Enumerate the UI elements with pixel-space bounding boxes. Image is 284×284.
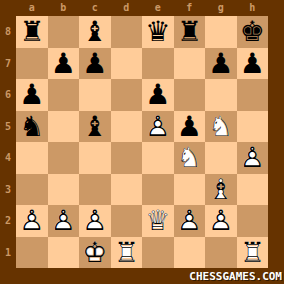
piece-white-pawn[interactable]: ♟ bbox=[237, 142, 269, 174]
square-h3[interactable] bbox=[237, 174, 269, 206]
square-f2[interactable]: ♟ bbox=[174, 205, 206, 237]
square-c1[interactable]: ♚ bbox=[79, 237, 111, 269]
square-b8[interactable] bbox=[48, 16, 80, 48]
square-d5[interactable] bbox=[111, 111, 143, 143]
file-label-e: e bbox=[142, 0, 174, 16]
square-a7[interactable] bbox=[16, 48, 48, 80]
rank-label-4: 4 bbox=[0, 142, 16, 174]
square-e4[interactable] bbox=[142, 142, 174, 174]
square-f1[interactable] bbox=[174, 237, 206, 269]
square-b7[interactable]: ♟ bbox=[48, 48, 80, 80]
piece-white-pawn[interactable]: ♟ bbox=[79, 205, 111, 237]
square-b1[interactable] bbox=[48, 237, 80, 269]
rank-labels: 87654321 bbox=[0, 16, 16, 268]
square-c8[interactable]: ♝ bbox=[79, 16, 111, 48]
square-c6[interactable] bbox=[79, 79, 111, 111]
piece-white-knight[interactable]: ♞ bbox=[205, 111, 237, 143]
piece-black-pawn[interactable]: ♟ bbox=[142, 79, 174, 111]
square-g4[interactable] bbox=[205, 142, 237, 174]
square-f4[interactable]: ♞ bbox=[174, 142, 206, 174]
piece-black-pawn[interactable]: ♟ bbox=[237, 48, 269, 80]
square-e8[interactable]: ♛ bbox=[142, 16, 174, 48]
square-f3[interactable] bbox=[174, 174, 206, 206]
square-c3[interactable] bbox=[79, 174, 111, 206]
square-a3[interactable] bbox=[16, 174, 48, 206]
square-a4[interactable] bbox=[16, 142, 48, 174]
square-f5[interactable]: ♟ bbox=[174, 111, 206, 143]
square-d3[interactable] bbox=[111, 174, 143, 206]
square-d6[interactable] bbox=[111, 79, 143, 111]
rank-label-6: 6 bbox=[0, 79, 16, 111]
square-g7[interactable]: ♟ bbox=[205, 48, 237, 80]
square-h1[interactable]: ♜ bbox=[237, 237, 269, 269]
rank-label-8: 8 bbox=[0, 16, 16, 48]
piece-white-pawn[interactable]: ♟ bbox=[174, 205, 206, 237]
square-h7[interactable]: ♟ bbox=[237, 48, 269, 80]
watermark-text: CHESSGAMES.COM bbox=[189, 270, 282, 283]
piece-black-rook[interactable]: ♜ bbox=[174, 16, 206, 48]
square-b4[interactable] bbox=[48, 142, 80, 174]
piece-black-pawn[interactable]: ♟ bbox=[16, 79, 48, 111]
piece-black-bishop[interactable]: ♝ bbox=[79, 111, 111, 143]
file-label-h: h bbox=[237, 0, 269, 16]
square-f7[interactable] bbox=[174, 48, 206, 80]
square-g8[interactable] bbox=[205, 16, 237, 48]
piece-white-pawn[interactable]: ♟ bbox=[205, 205, 237, 237]
file-label-b: b bbox=[48, 0, 80, 16]
square-c5[interactable]: ♝ bbox=[79, 111, 111, 143]
piece-white-knight[interactable]: ♞ bbox=[174, 142, 206, 174]
square-c2[interactable]: ♟ bbox=[79, 205, 111, 237]
piece-black-queen[interactable]: ♛ bbox=[142, 16, 174, 48]
square-a2[interactable]: ♟ bbox=[16, 205, 48, 237]
file-label-c: c bbox=[79, 0, 111, 16]
square-g5[interactable]: ♞ bbox=[205, 111, 237, 143]
piece-white-rook[interactable]: ♜ bbox=[111, 237, 143, 269]
square-a5[interactable]: ♞ bbox=[16, 111, 48, 143]
square-e2[interactable]: ♛ bbox=[142, 205, 174, 237]
file-label-f: f bbox=[174, 0, 206, 16]
rank-label-5: 5 bbox=[0, 111, 16, 143]
piece-white-rook[interactable]: ♜ bbox=[237, 237, 269, 269]
square-f8[interactable]: ♜ bbox=[174, 16, 206, 48]
square-a6[interactable]: ♟ bbox=[16, 79, 48, 111]
square-d1[interactable]: ♜ bbox=[111, 237, 143, 269]
square-e3[interactable] bbox=[142, 174, 174, 206]
square-a8[interactable]: ♜ bbox=[16, 16, 48, 48]
piece-black-bishop[interactable]: ♝ bbox=[79, 16, 111, 48]
file-label-a: a bbox=[16, 0, 48, 16]
piece-white-king[interactable]: ♚ bbox=[79, 237, 111, 269]
square-h8[interactable]: ♚ bbox=[237, 16, 269, 48]
piece-black-rook[interactable]: ♜ bbox=[16, 16, 48, 48]
rank-label-1: 1 bbox=[0, 237, 16, 269]
piece-black-knight[interactable]: ♞ bbox=[16, 111, 48, 143]
square-e1[interactable] bbox=[142, 237, 174, 269]
square-h5[interactable] bbox=[237, 111, 269, 143]
piece-white-pawn[interactable]: ♟ bbox=[142, 111, 174, 143]
piece-white-pawn[interactable]: ♟ bbox=[48, 205, 80, 237]
file-label-g: g bbox=[205, 0, 237, 16]
piece-black-king[interactable]: ♚ bbox=[237, 16, 269, 48]
square-h2[interactable] bbox=[237, 205, 269, 237]
file-label-d: d bbox=[111, 0, 143, 16]
piece-black-pawn[interactable]: ♟ bbox=[48, 48, 80, 80]
square-b2[interactable]: ♟ bbox=[48, 205, 80, 237]
square-f6[interactable] bbox=[174, 79, 206, 111]
square-c4[interactable] bbox=[79, 142, 111, 174]
square-d4[interactable] bbox=[111, 142, 143, 174]
square-a1[interactable] bbox=[16, 237, 48, 269]
piece-black-pawn[interactable]: ♟ bbox=[205, 48, 237, 80]
square-h4[interactable]: ♟ bbox=[237, 142, 269, 174]
square-g6[interactable] bbox=[205, 79, 237, 111]
piece-white-bishop[interactable]: ♝ bbox=[205, 174, 237, 206]
rank-label-2: 2 bbox=[0, 205, 16, 237]
rank-label-3: 3 bbox=[0, 174, 16, 206]
square-b5[interactable] bbox=[48, 111, 80, 143]
piece-white-pawn[interactable]: ♟ bbox=[16, 205, 48, 237]
chess-board: ♜♝♛♜♚♟♟♟♟♟♟♞♝♟♟♞♞♟♝♟♟♟♛♟♟♚♜♜ bbox=[16, 16, 268, 268]
square-b3[interactable] bbox=[48, 174, 80, 206]
square-d2[interactable] bbox=[111, 205, 143, 237]
square-d7[interactable] bbox=[111, 48, 143, 80]
file-labels: abcdefgh bbox=[16, 0, 268, 16]
square-b6[interactable] bbox=[48, 79, 80, 111]
square-e6[interactable]: ♟ bbox=[142, 79, 174, 111]
piece-black-pawn[interactable]: ♟ bbox=[174, 111, 206, 143]
square-h6[interactable] bbox=[237, 79, 269, 111]
square-g1[interactable] bbox=[205, 237, 237, 269]
square-e7[interactable] bbox=[142, 48, 174, 80]
chess-diagram: abcdefgh 87654321 ♜♝♛♜♚♟♟♟♟♟♟♞♝♟♟♞♞♟♝♟♟♟… bbox=[0, 0, 284, 284]
rank-label-7: 7 bbox=[0, 48, 16, 80]
square-c7[interactable]: ♟ bbox=[79, 48, 111, 80]
piece-black-pawn[interactable]: ♟ bbox=[79, 48, 111, 80]
square-d8[interactable] bbox=[111, 16, 143, 48]
piece-white-queen[interactable]: ♛ bbox=[142, 205, 174, 237]
square-g3[interactable]: ♝ bbox=[205, 174, 237, 206]
square-e5[interactable]: ♟ bbox=[142, 111, 174, 143]
square-g2[interactable]: ♟ bbox=[205, 205, 237, 237]
